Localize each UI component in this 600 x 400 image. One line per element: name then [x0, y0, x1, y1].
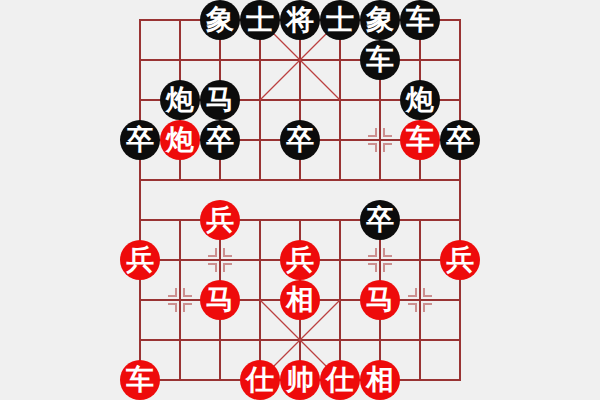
board-cell	[419, 339, 459, 379]
piece-red-horse[interactable]: 马	[200, 280, 240, 320]
point-marker-corner	[423, 303, 432, 312]
point-marker-corner	[208, 263, 217, 272]
point-marker-corner	[368, 263, 377, 272]
piece-red-advisor[interactable]: 仕	[320, 360, 360, 400]
point-marker-corner	[368, 248, 377, 257]
piece-red-soldier[interactable]: 兵	[280, 240, 320, 280]
board-cell	[299, 59, 339, 99]
point-marker-corner	[383, 248, 392, 257]
board-cell	[139, 179, 179, 219]
point-marker-corner	[168, 303, 177, 312]
piece-black-soldier[interactable]: 卒	[440, 120, 480, 160]
point-marker[interactable]	[408, 288, 432, 312]
point-marker-corner	[368, 143, 377, 152]
board-cell	[139, 19, 179, 59]
point-marker-corner	[223, 248, 232, 257]
point-marker-corner	[383, 128, 392, 137]
board-cell	[259, 179, 299, 219]
piece-black-cannon[interactable]: 炮	[160, 80, 200, 120]
piece-red-soldier[interactable]: 兵	[200, 200, 240, 240]
point-marker-corner	[223, 263, 232, 272]
piece-black-elephant[interactable]: 象	[360, 0, 400, 40]
piece-red-chariot[interactable]: 车	[400, 120, 440, 160]
piece-red-elephant[interactable]: 相	[360, 360, 400, 400]
piece-red-soldier[interactable]: 兵	[120, 240, 160, 280]
piece-black-chariot[interactable]: 车	[400, 0, 440, 40]
piece-black-general[interactable]: 将	[280, 0, 320, 40]
board-cell	[419, 179, 459, 219]
piece-red-chariot[interactable]: 车	[120, 360, 160, 400]
piece-black-soldier[interactable]: 卒	[200, 120, 240, 160]
piece-black-horse[interactable]: 马	[200, 80, 240, 120]
point-marker[interactable]	[368, 128, 392, 152]
piece-red-cannon[interactable]: 炮	[160, 120, 200, 160]
piece-black-soldier[interactable]: 卒	[280, 120, 320, 160]
board-cell	[299, 179, 339, 219]
point-marker-corner	[423, 288, 432, 297]
point-marker-corner	[383, 143, 392, 152]
point-marker[interactable]	[368, 248, 392, 272]
point-marker-corner	[368, 128, 377, 137]
point-marker-corner	[208, 248, 217, 257]
piece-black-cannon[interactable]: 炮	[400, 80, 440, 120]
piece-red-advisor[interactable]: 仕	[240, 360, 280, 400]
point-marker-corner	[408, 303, 417, 312]
piece-red-horse[interactable]: 马	[360, 280, 400, 320]
board-cell	[259, 59, 299, 99]
point-marker[interactable]	[168, 288, 192, 312]
piece-black-advisor[interactable]: 士	[320, 0, 360, 40]
point-marker[interactable]	[208, 248, 232, 272]
point-marker-corner	[183, 303, 192, 312]
xiangqi-board[interactable]: 象士将士象车车炮马炮卒炮卒卒车卒兵卒兵兵兵马相马车仕帅仕相	[139, 19, 461, 381]
point-marker-corner	[383, 263, 392, 272]
piece-red-general[interactable]: 帅	[280, 360, 320, 400]
piece-black-chariot[interactable]: 车	[360, 40, 400, 80]
point-marker-corner	[408, 288, 417, 297]
piece-black-soldier[interactable]: 卒	[120, 120, 160, 160]
point-marker-corner	[183, 288, 192, 297]
piece-black-advisor[interactable]: 士	[240, 0, 280, 40]
piece-black-elephant[interactable]: 象	[200, 0, 240, 40]
piece-red-soldier[interactable]: 兵	[440, 240, 480, 280]
app-background: 象士将士象车车炮马炮卒炮卒卒车卒兵卒兵兵兵马相马车仕帅仕相	[0, 0, 600, 400]
point-marker-corner	[168, 288, 177, 297]
board-cell	[179, 339, 219, 379]
board-grid	[139, 19, 459, 379]
piece-black-soldier[interactable]: 卒	[360, 200, 400, 240]
piece-red-elephant[interactable]: 相	[280, 280, 320, 320]
